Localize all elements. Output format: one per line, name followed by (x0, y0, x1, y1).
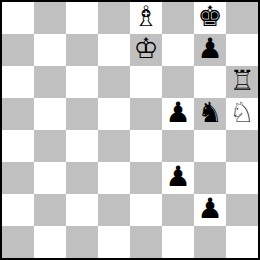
square-g3[interactable] (194, 162, 226, 194)
white-knight: ♘ (229, 98, 254, 129)
square-g6[interactable] (194, 66, 226, 98)
square-e8[interactable]: ♗ (130, 2, 162, 34)
square-c3[interactable] (66, 162, 98, 194)
square-a7[interactable] (2, 34, 34, 66)
square-e5[interactable] (130, 98, 162, 130)
square-h2[interactable] (226, 194, 258, 226)
square-h3[interactable] (226, 162, 258, 194)
square-g8[interactable]: ♚ (194, 2, 226, 34)
square-d4[interactable] (98, 130, 130, 162)
square-a5[interactable] (2, 98, 34, 130)
square-e1[interactable] (130, 226, 162, 258)
square-g2[interactable]: ♟ (194, 194, 226, 226)
black-pawn: ♟ (165, 162, 190, 193)
black-pawn: ♟ (197, 34, 222, 65)
square-b6[interactable] (34, 66, 66, 98)
square-e7[interactable]: ♔ (130, 34, 162, 66)
square-g5[interactable]: ♞ (194, 98, 226, 130)
square-b5[interactable] (34, 98, 66, 130)
black-pawn: ♟ (165, 98, 190, 129)
square-d3[interactable] (98, 162, 130, 194)
square-d6[interactable] (98, 66, 130, 98)
square-b4[interactable] (34, 130, 66, 162)
white-bishop: ♗ (133, 2, 158, 33)
square-a3[interactable] (2, 162, 34, 194)
square-a8[interactable] (2, 2, 34, 34)
square-h8[interactable] (226, 2, 258, 34)
square-d1[interactable] (98, 226, 130, 258)
white-rook: ♖ (229, 66, 254, 97)
black-king: ♚ (197, 2, 222, 33)
square-f3[interactable]: ♟ (162, 162, 194, 194)
square-c4[interactable] (66, 130, 98, 162)
square-b8[interactable] (34, 2, 66, 34)
square-e3[interactable] (130, 162, 162, 194)
square-a6[interactable] (2, 66, 34, 98)
square-f2[interactable] (162, 194, 194, 226)
square-f4[interactable] (162, 130, 194, 162)
square-d2[interactable] (98, 194, 130, 226)
white-king: ♔ (133, 34, 158, 65)
square-h6[interactable]: ♖ (226, 66, 258, 98)
square-a2[interactable] (2, 194, 34, 226)
square-b7[interactable] (34, 34, 66, 66)
square-d7[interactable] (98, 34, 130, 66)
chess-board: ♗♚♔♟♖♟♞♘♟♟ (0, 0, 260, 260)
square-f5[interactable]: ♟ (162, 98, 194, 130)
square-d5[interactable] (98, 98, 130, 130)
square-a1[interactable] (2, 226, 34, 258)
black-knight: ♞ (197, 98, 222, 129)
square-h5[interactable]: ♘ (226, 98, 258, 130)
square-d8[interactable] (98, 2, 130, 34)
square-c1[interactable] (66, 226, 98, 258)
square-e4[interactable] (130, 130, 162, 162)
square-h1[interactable] (226, 226, 258, 258)
black-pawn: ♟ (197, 194, 222, 225)
square-a4[interactable] (2, 130, 34, 162)
square-c6[interactable] (66, 66, 98, 98)
square-c8[interactable] (66, 2, 98, 34)
chess-board-grid: ♗♚♔♟♖♟♞♘♟♟ (2, 2, 258, 258)
square-e6[interactable] (130, 66, 162, 98)
square-c7[interactable] (66, 34, 98, 66)
square-h7[interactable] (226, 34, 258, 66)
square-f8[interactable] (162, 2, 194, 34)
square-g1[interactable] (194, 226, 226, 258)
square-h4[interactable] (226, 130, 258, 162)
square-f1[interactable] (162, 226, 194, 258)
square-c2[interactable] (66, 194, 98, 226)
square-f7[interactable] (162, 34, 194, 66)
square-f6[interactable] (162, 66, 194, 98)
square-e2[interactable] (130, 194, 162, 226)
square-c5[interactable] (66, 98, 98, 130)
square-g4[interactable] (194, 130, 226, 162)
square-b1[interactable] (34, 226, 66, 258)
square-b3[interactable] (34, 162, 66, 194)
square-g7[interactable]: ♟ (194, 34, 226, 66)
square-b2[interactable] (34, 194, 66, 226)
